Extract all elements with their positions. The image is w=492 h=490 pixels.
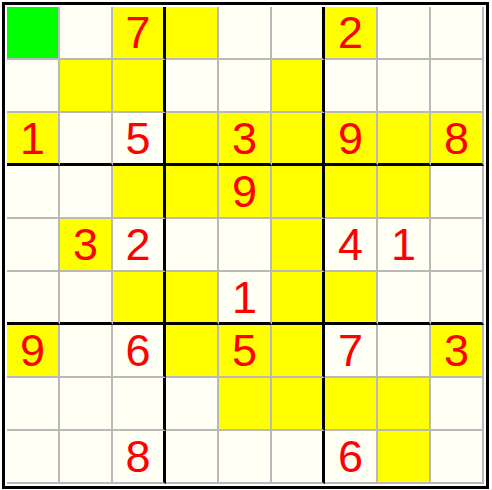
cell-r1c1[interactable] bbox=[7, 7, 60, 60]
cell-r7c7[interactable]: 7 bbox=[325, 325, 378, 378]
cell-r6c9[interactable] bbox=[431, 272, 484, 325]
cell-r3c3[interactable]: 5 bbox=[113, 113, 166, 166]
cell-r3c9[interactable]: 8 bbox=[431, 113, 484, 166]
cell-r9c5[interactable] bbox=[219, 431, 272, 484]
cell-r3c2[interactable] bbox=[60, 113, 113, 166]
cell-r2c8[interactable] bbox=[378, 60, 431, 113]
cell-r8c1[interactable] bbox=[7, 378, 60, 431]
cell-r6c3[interactable] bbox=[113, 272, 166, 325]
cell-r9c7[interactable]: 6 bbox=[325, 431, 378, 484]
cell-r7c4[interactable] bbox=[166, 325, 219, 378]
cell-r6c1[interactable] bbox=[7, 272, 60, 325]
cell-r7c9[interactable]: 3 bbox=[431, 325, 484, 378]
cell-r9c1[interactable] bbox=[7, 431, 60, 484]
cell-r3c8[interactable] bbox=[378, 113, 431, 166]
cell-r3c4[interactable] bbox=[166, 113, 219, 166]
cell-r2c9[interactable] bbox=[431, 60, 484, 113]
cell-r4c8[interactable] bbox=[378, 166, 431, 219]
cell-r8c3[interactable] bbox=[113, 378, 166, 431]
cell-r2c7[interactable] bbox=[325, 60, 378, 113]
cell-r1c7[interactable]: 2 bbox=[325, 7, 378, 60]
cell-r5c1[interactable] bbox=[7, 219, 60, 272]
cell-r7c3[interactable]: 6 bbox=[113, 325, 166, 378]
cell-r4c9[interactable] bbox=[431, 166, 484, 219]
cell-r9c8[interactable] bbox=[378, 431, 431, 484]
cell-r1c6[interactable] bbox=[272, 7, 325, 60]
cell-r1c3[interactable]: 7 bbox=[113, 7, 166, 60]
cell-r7c2[interactable] bbox=[60, 325, 113, 378]
cell-r2c1[interactable] bbox=[7, 60, 60, 113]
cell-r9c3[interactable]: 8 bbox=[113, 431, 166, 484]
cell-r8c7[interactable] bbox=[325, 378, 378, 431]
cell-r1c4[interactable] bbox=[166, 7, 219, 60]
cell-r5c9[interactable] bbox=[431, 219, 484, 272]
cell-r8c6[interactable] bbox=[272, 378, 325, 431]
cell-r8c2[interactable] bbox=[60, 378, 113, 431]
cell-r4c2[interactable] bbox=[60, 166, 113, 219]
cell-r8c5[interactable] bbox=[219, 378, 272, 431]
cell-r6c8[interactable] bbox=[378, 272, 431, 325]
cell-r7c8[interactable] bbox=[378, 325, 431, 378]
cell-r2c4[interactable] bbox=[166, 60, 219, 113]
cell-r3c7[interactable]: 9 bbox=[325, 113, 378, 166]
cell-r5c8[interactable]: 1 bbox=[378, 219, 431, 272]
cell-r6c4[interactable] bbox=[166, 272, 219, 325]
cell-r5c4[interactable] bbox=[166, 219, 219, 272]
cell-r4c1[interactable] bbox=[7, 166, 60, 219]
cell-r1c8[interactable] bbox=[378, 7, 431, 60]
cell-r8c8[interactable] bbox=[378, 378, 431, 431]
cell-r4c7[interactable] bbox=[325, 166, 378, 219]
cell-r6c2[interactable] bbox=[60, 272, 113, 325]
cell-r5c7[interactable]: 4 bbox=[325, 219, 378, 272]
cell-r1c2[interactable] bbox=[60, 7, 113, 60]
cell-r4c5[interactable]: 9 bbox=[219, 166, 272, 219]
cell-r3c1[interactable]: 1 bbox=[7, 113, 60, 166]
cell-r6c7[interactable] bbox=[325, 272, 378, 325]
cell-r9c6[interactable] bbox=[272, 431, 325, 484]
cell-r4c4[interactable] bbox=[166, 166, 219, 219]
cell-r2c2[interactable] bbox=[60, 60, 113, 113]
cell-r2c5[interactable] bbox=[219, 60, 272, 113]
cell-r1c9[interactable] bbox=[431, 7, 484, 60]
cell-r5c6[interactable] bbox=[272, 219, 325, 272]
cell-r4c3[interactable] bbox=[113, 166, 166, 219]
cell-r8c9[interactable] bbox=[431, 378, 484, 431]
cell-r9c4[interactable] bbox=[166, 431, 219, 484]
cell-r5c5[interactable] bbox=[219, 219, 272, 272]
cell-r6c5[interactable]: 1 bbox=[219, 272, 272, 325]
cell-r2c3[interactable] bbox=[113, 60, 166, 113]
cell-r5c2[interactable]: 3 bbox=[60, 219, 113, 272]
cell-r3c5[interactable]: 3 bbox=[219, 113, 272, 166]
cell-r7c6[interactable] bbox=[272, 325, 325, 378]
cell-r9c9[interactable] bbox=[431, 431, 484, 484]
cell-r7c5[interactable]: 5 bbox=[219, 325, 272, 378]
cell-r6c6[interactable] bbox=[272, 272, 325, 325]
cell-r2c6[interactable] bbox=[272, 60, 325, 113]
cell-r5c3[interactable]: 2 bbox=[113, 219, 166, 272]
cell-r3c6[interactable] bbox=[272, 113, 325, 166]
cell-r8c4[interactable] bbox=[166, 378, 219, 431]
cell-r7c1[interactable]: 9 bbox=[7, 325, 60, 378]
cell-r9c2[interactable] bbox=[60, 431, 113, 484]
cell-r4c6[interactable] bbox=[272, 166, 325, 219]
cell-r1c5[interactable] bbox=[219, 7, 272, 60]
sudoku-board: 72153989324119657386 bbox=[2, 2, 489, 489]
